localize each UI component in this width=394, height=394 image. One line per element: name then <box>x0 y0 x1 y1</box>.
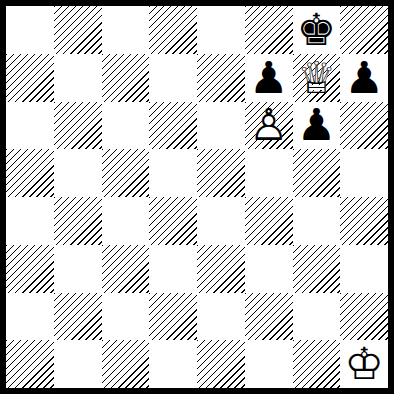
square-h3[interactable] <box>340 245 388 293</box>
square-b7[interactable] <box>54 54 102 102</box>
square-g3[interactable] <box>293 245 341 293</box>
square-c8[interactable] <box>102 6 150 54</box>
square-g8[interactable]: ♚ <box>293 6 341 54</box>
square-a6[interactable] <box>6 102 54 150</box>
square-h8[interactable] <box>340 6 388 54</box>
square-f1[interactable] <box>245 340 293 388</box>
square-e7[interactable] <box>197 54 245 102</box>
square-e6[interactable] <box>197 102 245 150</box>
white-queen-fill: ♛ <box>293 54 341 102</box>
white-king-fill: ♚ <box>340 340 388 388</box>
square-c6[interactable] <box>102 102 150 150</box>
square-e8[interactable] <box>197 6 245 54</box>
square-e1[interactable] <box>197 340 245 388</box>
square-f6[interactable]: ♟♙ <box>245 102 293 150</box>
square-g7[interactable]: ♛♕ <box>293 54 341 102</box>
square-d4[interactable] <box>149 197 197 245</box>
square-g2[interactable] <box>293 293 341 341</box>
square-d8[interactable] <box>149 6 197 54</box>
white-pawn-fill: ♟ <box>245 102 293 150</box>
square-d5[interactable] <box>149 149 197 197</box>
square-b6[interactable] <box>54 102 102 150</box>
square-d2[interactable] <box>149 293 197 341</box>
square-h5[interactable] <box>340 149 388 197</box>
black-king: ♚ <box>293 6 341 54</box>
square-d6[interactable] <box>149 102 197 150</box>
square-b1[interactable] <box>54 340 102 388</box>
square-d7[interactable] <box>149 54 197 102</box>
white-queen: ♕ <box>293 54 341 102</box>
square-e2[interactable] <box>197 293 245 341</box>
square-h6[interactable] <box>340 102 388 150</box>
square-h2[interactable] <box>340 293 388 341</box>
square-g5[interactable] <box>293 149 341 197</box>
square-a8[interactable] <box>6 6 54 54</box>
square-h7[interactable]: ♟ <box>340 54 388 102</box>
square-f8[interactable] <box>245 6 293 54</box>
square-e5[interactable] <box>197 149 245 197</box>
square-e3[interactable] <box>197 245 245 293</box>
chess-board: ♚♟♛♕♟♟♙♟♚♔ <box>0 0 394 394</box>
square-g4[interactable] <box>293 197 341 245</box>
square-a4[interactable] <box>6 197 54 245</box>
square-b8[interactable] <box>54 6 102 54</box>
square-a7[interactable] <box>6 54 54 102</box>
square-c3[interactable] <box>102 245 150 293</box>
square-h1[interactable]: ♚♔ <box>340 340 388 388</box>
white-pawn: ♙ <box>245 102 293 150</box>
square-a1[interactable] <box>6 340 54 388</box>
square-a5[interactable] <box>6 149 54 197</box>
square-e4[interactable] <box>197 197 245 245</box>
square-b2[interactable] <box>54 293 102 341</box>
square-g1[interactable] <box>293 340 341 388</box>
square-a2[interactable] <box>6 293 54 341</box>
square-a3[interactable] <box>6 245 54 293</box>
square-c2[interactable] <box>102 293 150 341</box>
square-c7[interactable] <box>102 54 150 102</box>
square-b3[interactable] <box>54 245 102 293</box>
black-pawn: ♟ <box>293 102 341 150</box>
square-c5[interactable] <box>102 149 150 197</box>
square-g6[interactable]: ♟ <box>293 102 341 150</box>
black-pawn: ♟ <box>340 54 388 102</box>
black-pawn: ♟ <box>245 54 293 102</box>
square-d1[interactable] <box>149 340 197 388</box>
square-f2[interactable] <box>245 293 293 341</box>
square-b5[interactable] <box>54 149 102 197</box>
square-c1[interactable] <box>102 340 150 388</box>
white-king: ♔ <box>340 340 388 388</box>
square-d3[interactable] <box>149 245 197 293</box>
square-f5[interactable] <box>245 149 293 197</box>
square-f4[interactable] <box>245 197 293 245</box>
square-b4[interactable] <box>54 197 102 245</box>
square-f3[interactable] <box>245 245 293 293</box>
square-h4[interactable] <box>340 197 388 245</box>
square-c4[interactable] <box>102 197 150 245</box>
square-f7[interactable]: ♟ <box>245 54 293 102</box>
